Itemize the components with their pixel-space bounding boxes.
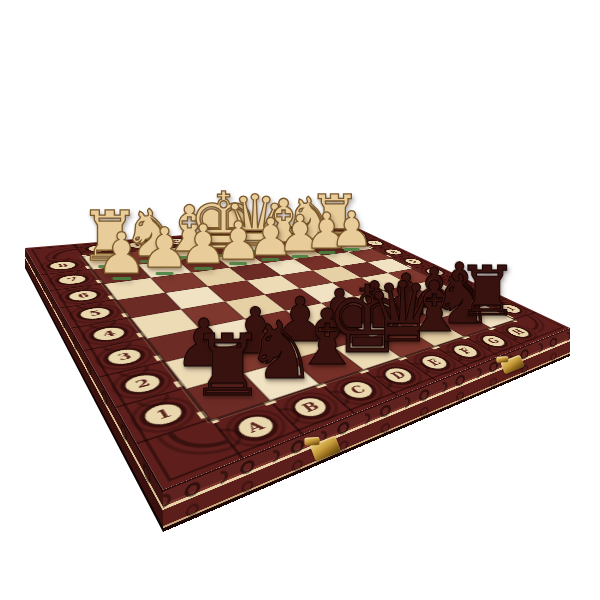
coord-rank-8-right: 8: [348, 232, 367, 237]
product-photo-scene: ABCDEFGH ABCDEFGH 12345678 12345678 ♜♞♝♚…: [0, 0, 600, 600]
coord-file-e-far: E: [229, 233, 251, 239]
coord-file-h-front: H: [504, 326, 532, 339]
coord-rank-7-left: 7: [57, 274, 88, 285]
coord-file-f-far: F: [258, 231, 279, 237]
coord-file-d-far: D: [198, 236, 221, 242]
coord-rank-3-left: 3: [105, 347, 144, 366]
coord-file-e-front: E: [417, 354, 451, 371]
coord-rank-2-right: 2: [471, 291, 495, 300]
coord-file-c-far: C: [164, 238, 188, 245]
coord-rank-7-right: 7: [365, 240, 385, 246]
coord-rank-1-left: 1: [141, 401, 187, 428]
coord-rank-6-left: 6: [67, 290, 100, 302]
coord-rank-4-right: 4: [423, 268, 445, 276]
coord-rank-2-left: 2: [121, 372, 163, 395]
coord-file-g-front: G: [479, 334, 509, 348]
coord-file-g-far: G: [285, 229, 305, 234]
coord-file-b-front: B: [290, 395, 332, 420]
coord-rank-5-right: 5: [402, 258, 424, 265]
coord-file-d-front: D: [381, 366, 417, 385]
coord-rank-1-right: 1: [498, 304, 524, 314]
coord-rank-4-left: 4: [91, 326, 128, 342]
coord-rank-3-right: 3: [446, 279, 469, 287]
coord-file-c-front: C: [339, 379, 378, 401]
coord-file-a-far: A: [86, 245, 112, 253]
coord-file-a-front: A: [233, 413, 278, 441]
coord-file-f-front: F: [450, 343, 482, 358]
coord-file-h-far: H: [309, 227, 328, 232]
coord-rank-8-left: 8: [48, 261, 77, 270]
coord-file-b-far: B: [127, 241, 152, 248]
coord-rank-5-left: 5: [78, 307, 113, 321]
coord-rank-6-right: 6: [383, 249, 404, 255]
